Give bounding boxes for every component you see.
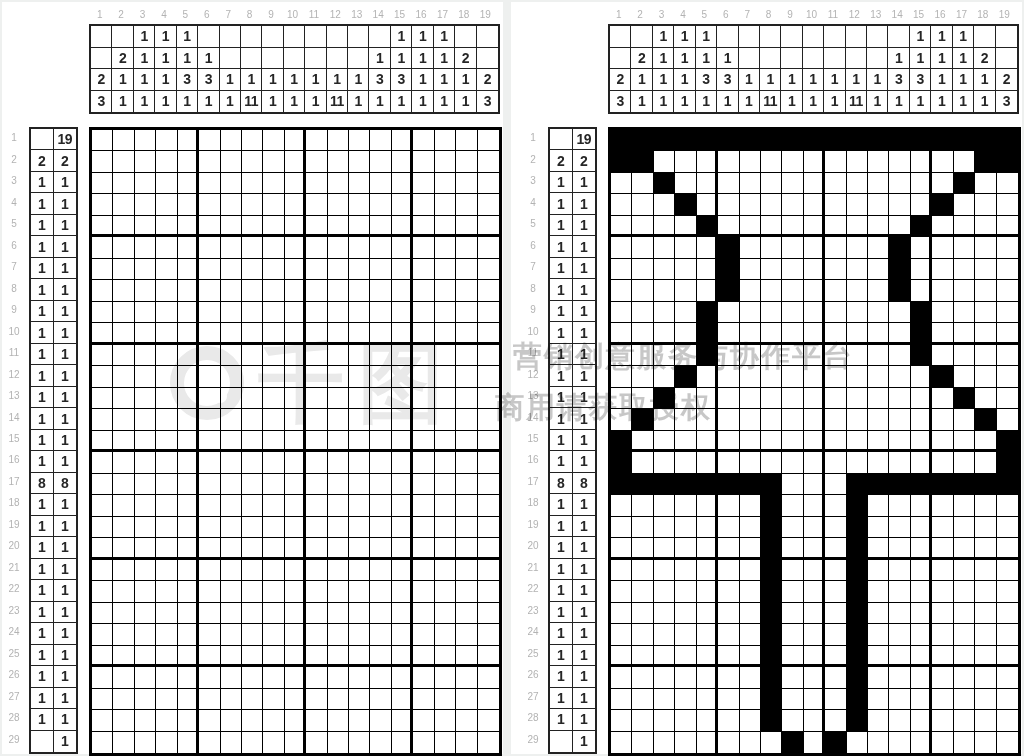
cell[interactable] [328, 216, 349, 237]
cell[interactable] [456, 151, 477, 172]
cell[interactable] [263, 409, 284, 430]
cell[interactable] [135, 732, 156, 753]
cell[interactable] [611, 624, 632, 645]
cell[interactable] [675, 431, 696, 452]
cell[interactable] [113, 130, 134, 151]
cell[interactable] [285, 366, 306, 387]
cell[interactable] [135, 495, 156, 516]
cell[interactable] [611, 173, 632, 194]
cell[interactable] [868, 173, 889, 194]
cell[interactable] [954, 452, 975, 473]
cell[interactable] [113, 474, 134, 495]
cell[interactable] [263, 323, 284, 344]
cell[interactable] [156, 517, 177, 538]
cell[interactable] [804, 732, 825, 753]
cell[interactable] [675, 323, 696, 344]
cell[interactable] [242, 517, 263, 538]
cell[interactable] [370, 732, 391, 753]
cell[interactable] [804, 624, 825, 645]
cell[interactable] [654, 732, 675, 753]
cell[interactable] [997, 173, 1018, 194]
cell[interactable] [675, 216, 696, 237]
cell[interactable] [847, 194, 868, 215]
cell[interactable] [740, 646, 761, 667]
cell[interactable] [932, 560, 953, 581]
cell[interactable] [413, 323, 434, 344]
cell[interactable] [199, 689, 220, 710]
cell[interactable] [975, 130, 996, 151]
cell[interactable] [975, 538, 996, 559]
cell[interactable] [932, 302, 953, 323]
cell[interactable] [328, 624, 349, 645]
cell[interactable] [242, 624, 263, 645]
cell[interactable] [975, 216, 996, 237]
cell[interactable] [889, 560, 910, 581]
cell[interactable] [156, 259, 177, 280]
cell[interactable] [328, 603, 349, 624]
cell[interactable] [997, 710, 1018, 731]
cell[interactable] [435, 646, 456, 667]
cell[interactable] [611, 388, 632, 409]
cell[interactable] [92, 474, 113, 495]
cell[interactable] [932, 151, 953, 172]
cell[interactable] [113, 194, 134, 215]
cell[interactable] [804, 667, 825, 688]
cell[interactable] [932, 581, 953, 602]
cell[interactable] [697, 710, 718, 731]
cell[interactable] [782, 431, 803, 452]
cell[interactable] [761, 603, 782, 624]
cell[interactable] [285, 216, 306, 237]
cell[interactable] [825, 560, 846, 581]
cell[interactable] [782, 517, 803, 538]
cell[interactable] [975, 194, 996, 215]
cell[interactable] [435, 560, 456, 581]
cell[interactable] [932, 366, 953, 387]
cell[interactable] [285, 431, 306, 452]
cell[interactable] [285, 237, 306, 258]
cell[interactable] [178, 237, 199, 258]
cell[interactable] [156, 130, 177, 151]
cell[interactable] [392, 689, 413, 710]
cell[interactable] [911, 452, 932, 473]
cell[interactable] [654, 409, 675, 430]
cell[interactable] [611, 409, 632, 430]
cell[interactable] [675, 667, 696, 688]
cell[interactable] [349, 431, 370, 452]
cell[interactable] [804, 689, 825, 710]
cell[interactable] [954, 345, 975, 366]
cell[interactable] [954, 130, 975, 151]
cell[interactable] [435, 345, 456, 366]
cell[interactable] [306, 280, 327, 301]
cell[interactable] [199, 280, 220, 301]
cell[interactable] [868, 452, 889, 473]
cell[interactable] [156, 581, 177, 602]
cell[interactable] [156, 495, 177, 516]
cell[interactable] [632, 517, 653, 538]
cell[interactable] [349, 237, 370, 258]
cell[interactable] [611, 560, 632, 581]
cell[interactable] [697, 388, 718, 409]
cell[interactable] [306, 495, 327, 516]
cell[interactable] [349, 259, 370, 280]
cell[interactable] [156, 560, 177, 581]
cell[interactable] [911, 216, 932, 237]
cell[interactable] [413, 431, 434, 452]
cell[interactable] [435, 431, 456, 452]
cell[interactable] [718, 689, 739, 710]
cell[interactable] [911, 474, 932, 495]
cell[interactable] [456, 388, 477, 409]
cell[interactable] [975, 431, 996, 452]
cell[interactable] [413, 130, 434, 151]
cell[interactable] [135, 667, 156, 688]
cell[interactable] [478, 560, 499, 581]
cell[interactable] [392, 624, 413, 645]
cell[interactable] [825, 495, 846, 516]
cell[interactable] [889, 452, 910, 473]
cell[interactable] [975, 259, 996, 280]
cell[interactable] [156, 710, 177, 731]
cell[interactable] [306, 560, 327, 581]
cell[interactable] [782, 151, 803, 172]
cell[interactable] [92, 560, 113, 581]
cell[interactable] [761, 431, 782, 452]
cell[interactable] [221, 517, 242, 538]
cell[interactable] [456, 710, 477, 731]
cell[interactable] [868, 603, 889, 624]
cell[interactable] [199, 452, 220, 473]
cell[interactable] [349, 452, 370, 473]
cell[interactable] [718, 259, 739, 280]
cell[interactable] [199, 538, 220, 559]
cell[interactable] [178, 581, 199, 602]
cell[interactable] [113, 495, 134, 516]
cell[interactable] [263, 581, 284, 602]
cell[interactable] [804, 431, 825, 452]
cell[interactable] [478, 173, 499, 194]
cell[interactable] [954, 624, 975, 645]
cell[interactable] [654, 345, 675, 366]
cell[interactable] [370, 323, 391, 344]
cell[interactable] [92, 624, 113, 645]
cell[interactable] [654, 603, 675, 624]
cell[interactable] [675, 173, 696, 194]
cell[interactable] [221, 710, 242, 731]
cell[interactable] [825, 517, 846, 538]
cell[interactable] [306, 237, 327, 258]
cell[interactable] [92, 581, 113, 602]
cell[interactable] [392, 130, 413, 151]
cell[interactable] [697, 624, 718, 645]
cell[interactable] [697, 216, 718, 237]
cell[interactable] [113, 302, 134, 323]
cell[interactable] [92, 710, 113, 731]
cell[interactable] [178, 151, 199, 172]
cell[interactable] [135, 345, 156, 366]
cell[interactable] [92, 366, 113, 387]
cell[interactable] [392, 151, 413, 172]
cell[interactable] [825, 667, 846, 688]
cell[interactable] [478, 517, 499, 538]
cell[interactable] [975, 452, 996, 473]
cell[interactable] [221, 624, 242, 645]
cell[interactable] [740, 130, 761, 151]
cell[interactable] [997, 732, 1018, 753]
cell[interactable] [370, 689, 391, 710]
cell[interactable] [847, 732, 868, 753]
cell[interactable] [156, 624, 177, 645]
cell[interactable] [932, 431, 953, 452]
cell[interactable] [804, 517, 825, 538]
cell[interactable] [370, 646, 391, 667]
cell[interactable] [675, 474, 696, 495]
cell[interactable] [156, 237, 177, 258]
cell[interactable] [456, 560, 477, 581]
cell[interactable] [911, 646, 932, 667]
cell[interactable] [911, 259, 932, 280]
cell[interactable] [697, 689, 718, 710]
cell[interactable] [306, 689, 327, 710]
cell[interactable] [178, 495, 199, 516]
cell[interactable] [782, 194, 803, 215]
cell[interactable] [954, 151, 975, 172]
cell[interactable] [954, 667, 975, 688]
cell[interactable] [306, 216, 327, 237]
cell[interactable] [113, 216, 134, 237]
cell[interactable] [825, 173, 846, 194]
cell[interactable] [782, 388, 803, 409]
cell[interactable] [782, 624, 803, 645]
cell[interactable] [349, 280, 370, 301]
cell[interactable] [242, 431, 263, 452]
cell[interactable] [997, 667, 1018, 688]
cell[interactable] [932, 130, 953, 151]
cell[interactable] [456, 280, 477, 301]
cell[interactable] [782, 689, 803, 710]
cell[interactable] [761, 323, 782, 344]
cell[interactable] [847, 495, 868, 516]
cell[interactable] [156, 474, 177, 495]
cell[interactable] [263, 259, 284, 280]
cell[interactable] [199, 517, 220, 538]
cell[interactable] [975, 409, 996, 430]
cell[interactable] [370, 517, 391, 538]
cell[interactable] [478, 732, 499, 753]
cell[interactable] [328, 280, 349, 301]
cell[interactable] [306, 474, 327, 495]
cell[interactable] [456, 323, 477, 344]
cell[interactable] [92, 259, 113, 280]
cell[interactable] [413, 624, 434, 645]
cell[interactable] [932, 194, 953, 215]
cell[interactable] [889, 345, 910, 366]
cell[interactable] [997, 581, 1018, 602]
cell[interactable] [889, 366, 910, 387]
cell[interactable] [782, 216, 803, 237]
cell[interactable] [782, 495, 803, 516]
cell[interactable] [975, 280, 996, 301]
cell[interactable] [654, 151, 675, 172]
cell[interactable] [156, 603, 177, 624]
cell[interactable] [782, 259, 803, 280]
cell[interactable] [392, 581, 413, 602]
cell[interactable] [804, 280, 825, 301]
cell[interactable] [370, 259, 391, 280]
cell[interactable] [782, 538, 803, 559]
cell[interactable] [199, 560, 220, 581]
cell[interactable] [199, 388, 220, 409]
cell[interactable] [263, 151, 284, 172]
cell[interactable] [199, 345, 220, 366]
cell[interactable] [782, 173, 803, 194]
cell[interactable] [392, 646, 413, 667]
cell[interactable] [697, 581, 718, 602]
cell[interactable] [868, 259, 889, 280]
cell[interactable] [92, 517, 113, 538]
cell[interactable] [413, 366, 434, 387]
cell[interactable] [611, 495, 632, 516]
cell[interactable] [761, 710, 782, 731]
cell[interactable] [328, 517, 349, 538]
cell[interactable] [847, 538, 868, 559]
cell[interactable] [263, 173, 284, 194]
cell[interactable] [997, 366, 1018, 387]
cell[interactable] [178, 560, 199, 581]
cell[interactable] [889, 151, 910, 172]
cell[interactable] [782, 280, 803, 301]
cell[interactable] [889, 624, 910, 645]
cell[interactable] [654, 689, 675, 710]
cell[interactable] [242, 409, 263, 430]
cell[interactable] [868, 345, 889, 366]
cell[interactable] [370, 581, 391, 602]
cell[interactable] [156, 431, 177, 452]
cell[interactable] [675, 151, 696, 172]
cell[interactable] [632, 452, 653, 473]
cell[interactable] [413, 388, 434, 409]
cell[interactable] [654, 302, 675, 323]
cell[interactable] [113, 280, 134, 301]
cell[interactable] [349, 302, 370, 323]
cell[interactable] [675, 710, 696, 731]
cell[interactable] [456, 474, 477, 495]
cell[interactable] [954, 732, 975, 753]
cell[interactable] [868, 689, 889, 710]
cell[interactable] [997, 538, 1018, 559]
cell[interactable] [675, 130, 696, 151]
cell[interactable] [199, 173, 220, 194]
cell[interactable] [178, 452, 199, 473]
cell[interactable] [675, 194, 696, 215]
cell[interactable] [997, 646, 1018, 667]
cell[interactable] [954, 194, 975, 215]
cell[interactable] [349, 603, 370, 624]
cell[interactable] [675, 689, 696, 710]
cell[interactable] [632, 237, 653, 258]
cell[interactable] [199, 216, 220, 237]
cell[interactable] [697, 603, 718, 624]
cell[interactable] [156, 345, 177, 366]
cell[interactable] [135, 280, 156, 301]
cell[interactable] [932, 517, 953, 538]
cell[interactable] [135, 646, 156, 667]
cell[interactable] [156, 280, 177, 301]
cell[interactable] [911, 302, 932, 323]
cell[interactable] [392, 366, 413, 387]
cell[interactable] [306, 366, 327, 387]
cell[interactable] [370, 495, 391, 516]
cell[interactable] [328, 431, 349, 452]
cell[interactable] [718, 216, 739, 237]
cell[interactable] [221, 560, 242, 581]
cell[interactable] [456, 130, 477, 151]
cell[interactable] [285, 173, 306, 194]
cell[interactable] [392, 237, 413, 258]
cell[interactable] [456, 646, 477, 667]
cell[interactable] [199, 130, 220, 151]
cell[interactable] [825, 431, 846, 452]
cell[interactable] [413, 495, 434, 516]
cell[interactable] [632, 667, 653, 688]
cell[interactable] [911, 151, 932, 172]
cell[interactable] [847, 323, 868, 344]
cell[interactable] [156, 151, 177, 172]
cell[interactable] [199, 431, 220, 452]
cell[interactable] [92, 302, 113, 323]
cell[interactable] [221, 259, 242, 280]
cell[interactable] [435, 603, 456, 624]
cell[interactable] [804, 216, 825, 237]
cell[interactable] [242, 732, 263, 753]
cell[interactable] [349, 667, 370, 688]
cell[interactable] [135, 710, 156, 731]
cell[interactable] [435, 130, 456, 151]
cell[interactable] [392, 345, 413, 366]
cell[interactable] [370, 474, 391, 495]
cell[interactable] [654, 366, 675, 387]
cell[interactable] [654, 646, 675, 667]
cell[interactable] [868, 237, 889, 258]
cell[interactable] [242, 603, 263, 624]
cell[interactable] [997, 280, 1018, 301]
cell[interactable] [932, 732, 953, 753]
cell[interactable] [740, 667, 761, 688]
cell[interactable] [349, 646, 370, 667]
cell[interactable] [306, 323, 327, 344]
cell[interactable] [328, 538, 349, 559]
cell[interactable] [349, 474, 370, 495]
cell[interactable] [242, 710, 263, 731]
cell[interactable] [804, 366, 825, 387]
cell[interactable] [349, 624, 370, 645]
cell[interactable] [242, 388, 263, 409]
cell[interactable] [675, 495, 696, 516]
cell[interactable] [740, 452, 761, 473]
cell[interactable] [242, 151, 263, 172]
cell[interactable] [285, 624, 306, 645]
cell[interactable] [392, 603, 413, 624]
cell[interactable] [825, 452, 846, 473]
cell[interactable] [263, 194, 284, 215]
cell[interactable] [654, 388, 675, 409]
cell[interactable] [889, 581, 910, 602]
cell[interactable] [675, 345, 696, 366]
cell[interactable] [478, 388, 499, 409]
cell[interactable] [221, 280, 242, 301]
cell[interactable] [632, 624, 653, 645]
